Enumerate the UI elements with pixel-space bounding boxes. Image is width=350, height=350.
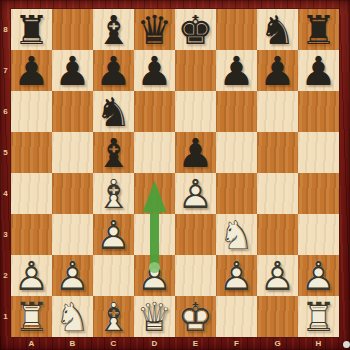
- square-h4[interactable]: [298, 173, 339, 214]
- square-f4[interactable]: [216, 173, 257, 214]
- square-b1[interactable]: ♞♘: [52, 296, 93, 337]
- square-a5[interactable]: [11, 132, 52, 173]
- piece-white-pawn[interactable]: ♟♙: [52, 255, 93, 296]
- square-b7[interactable]: ♟: [52, 50, 93, 91]
- square-d4[interactable]: [134, 173, 175, 214]
- piece-white-bishop[interactable]: ♝♗: [93, 173, 134, 214]
- square-c2[interactable]: [93, 255, 134, 296]
- piece-black-queen[interactable]: ♛: [134, 9, 175, 50]
- square-a4[interactable]: [11, 173, 52, 214]
- rank-label-1: 1: [0, 296, 11, 337]
- file-label-a: A: [11, 337, 52, 350]
- square-f1[interactable]: [216, 296, 257, 337]
- file-label-h: H: [298, 337, 339, 350]
- square-c5[interactable]: ♝: [93, 132, 134, 173]
- square-g1[interactable]: [257, 296, 298, 337]
- square-f5[interactable]: [216, 132, 257, 173]
- square-h6[interactable]: [298, 91, 339, 132]
- square-f7[interactable]: ♟: [216, 50, 257, 91]
- square-c6[interactable]: ♞: [93, 91, 134, 132]
- chess-board: ♜♝♛♚♞♜♟♟♟♟♟♟♟♞♝♟♝♗♟♙♟♙♞♘♟♙♟♙♟♙♟♙♟♙♟♙♜♖♞♘…: [11, 9, 339, 337]
- frame-corner-pin-dot: [343, 341, 350, 348]
- square-e3[interactable]: [175, 214, 216, 255]
- square-a2[interactable]: ♟♙: [11, 255, 52, 296]
- square-h1[interactable]: ♜♖: [298, 296, 339, 337]
- square-b5[interactable]: [52, 132, 93, 173]
- square-g7[interactable]: ♟: [257, 50, 298, 91]
- piece-black-bishop[interactable]: ♝: [93, 9, 134, 50]
- square-d6[interactable]: [134, 91, 175, 132]
- square-b2[interactable]: ♟♙: [52, 255, 93, 296]
- square-b3[interactable]: [52, 214, 93, 255]
- square-c8[interactable]: ♝: [93, 9, 134, 50]
- square-f3[interactable]: ♞♘: [216, 214, 257, 255]
- rank-label-6: 6: [0, 91, 11, 132]
- square-g4[interactable]: [257, 173, 298, 214]
- square-c4[interactable]: ♝♗: [93, 173, 134, 214]
- square-d2[interactable]: ♟♙: [134, 255, 175, 296]
- piece-black-pawn[interactable]: ♟: [175, 132, 216, 173]
- piece-black-knight[interactable]: ♞: [93, 91, 134, 132]
- square-f8[interactable]: [216, 9, 257, 50]
- piece-black-knight[interactable]: ♞: [257, 9, 298, 50]
- square-e4[interactable]: ♟♙: [175, 173, 216, 214]
- piece-white-rook[interactable]: ♜♖: [11, 296, 52, 337]
- square-c3[interactable]: ♟♙: [93, 214, 134, 255]
- square-e5[interactable]: ♟: [175, 132, 216, 173]
- square-a8[interactable]: ♜: [11, 9, 52, 50]
- piece-black-pawn[interactable]: ♟: [257, 50, 298, 91]
- piece-black-pawn[interactable]: ♟: [93, 50, 134, 91]
- piece-black-pawn[interactable]: ♟: [298, 50, 339, 91]
- square-h5[interactable]: [298, 132, 339, 173]
- square-e6[interactable]: [175, 91, 216, 132]
- square-d5[interactable]: [134, 132, 175, 173]
- square-e1[interactable]: ♚♔: [175, 296, 216, 337]
- rank-label-5: 5: [0, 132, 11, 173]
- piece-white-king[interactable]: ♚♔: [175, 296, 216, 337]
- piece-white-pawn[interactable]: ♟♙: [134, 255, 175, 296]
- file-label-e: E: [175, 337, 216, 350]
- square-f6[interactable]: [216, 91, 257, 132]
- chess-app-screenshot: ♜♝♛♚♞♜♟♟♟♟♟♟♟♞♝♟♝♗♟♙♟♙♞♘♟♙♟♙♟♙♟♙♟♙♟♙♜♖♞♘…: [0, 0, 350, 350]
- square-f2[interactable]: ♟♙: [216, 255, 257, 296]
- square-b6[interactable]: [52, 91, 93, 132]
- piece-white-pawn[interactable]: ♟♙: [257, 255, 298, 296]
- piece-white-pawn[interactable]: ♟♙: [11, 255, 52, 296]
- piece-black-rook[interactable]: ♜: [298, 9, 339, 50]
- piece-white-bishop[interactable]: ♝♗: [93, 296, 134, 337]
- piece-white-pawn[interactable]: ♟♙: [175, 173, 216, 214]
- square-h8[interactable]: ♜: [298, 9, 339, 50]
- piece-white-pawn[interactable]: ♟♙: [93, 214, 134, 255]
- piece-white-pawn[interactable]: ♟♙: [216, 255, 257, 296]
- piece-white-knight[interactable]: ♞♘: [52, 296, 93, 337]
- piece-white-pawn[interactable]: ♟♙: [298, 255, 339, 296]
- piece-black-pawn[interactable]: ♟: [11, 50, 52, 91]
- square-e2[interactable]: [175, 255, 216, 296]
- square-h3[interactable]: [298, 214, 339, 255]
- rank-label-2: 2: [0, 255, 11, 296]
- file-label-g: G: [257, 337, 298, 350]
- piece-white-queen[interactable]: ♛♕: [134, 296, 175, 337]
- square-g2[interactable]: ♟♙: [257, 255, 298, 296]
- square-a3[interactable]: [11, 214, 52, 255]
- piece-black-pawn[interactable]: ♟: [134, 50, 175, 91]
- piece-white-knight[interactable]: ♞♘: [216, 214, 257, 255]
- square-c7[interactable]: ♟: [93, 50, 134, 91]
- square-g8[interactable]: ♞: [257, 9, 298, 50]
- square-a1[interactable]: ♜♖: [11, 296, 52, 337]
- square-e8[interactable]: ♚: [175, 9, 216, 50]
- rank-label-7: 7: [0, 50, 11, 91]
- square-c1[interactable]: ♝♗: [93, 296, 134, 337]
- square-a7[interactable]: ♟: [11, 50, 52, 91]
- square-b8[interactable]: [52, 9, 93, 50]
- piece-white-rook[interactable]: ♜♖: [298, 296, 339, 337]
- file-label-c: C: [93, 337, 134, 350]
- square-h7[interactable]: ♟: [298, 50, 339, 91]
- square-g5[interactable]: [257, 132, 298, 173]
- square-d7[interactable]: ♟: [134, 50, 175, 91]
- square-d3[interactable]: [134, 214, 175, 255]
- piece-black-king[interactable]: ♚: [175, 9, 216, 50]
- square-d8[interactable]: ♛: [134, 9, 175, 50]
- rank-label-3: 3: [0, 214, 11, 255]
- square-g3[interactable]: [257, 214, 298, 255]
- file-label-b: B: [52, 337, 93, 350]
- piece-black-pawn[interactable]: ♟: [216, 50, 257, 91]
- square-d1[interactable]: ♛♕: [134, 296, 175, 337]
- square-g6[interactable]: [257, 91, 298, 132]
- piece-black-pawn[interactable]: ♟: [52, 50, 93, 91]
- file-label-d: D: [134, 337, 175, 350]
- square-a6[interactable]: [11, 91, 52, 132]
- rank-label-4: 4: [0, 173, 11, 214]
- square-e7[interactable]: [175, 50, 216, 91]
- square-b4[interactable]: [52, 173, 93, 214]
- rank-label-8: 8: [0, 9, 11, 50]
- piece-black-bishop[interactable]: ♝: [93, 132, 134, 173]
- file-label-f: F: [216, 337, 257, 350]
- square-h2[interactable]: ♟♙: [298, 255, 339, 296]
- piece-black-rook[interactable]: ♜: [11, 9, 52, 50]
